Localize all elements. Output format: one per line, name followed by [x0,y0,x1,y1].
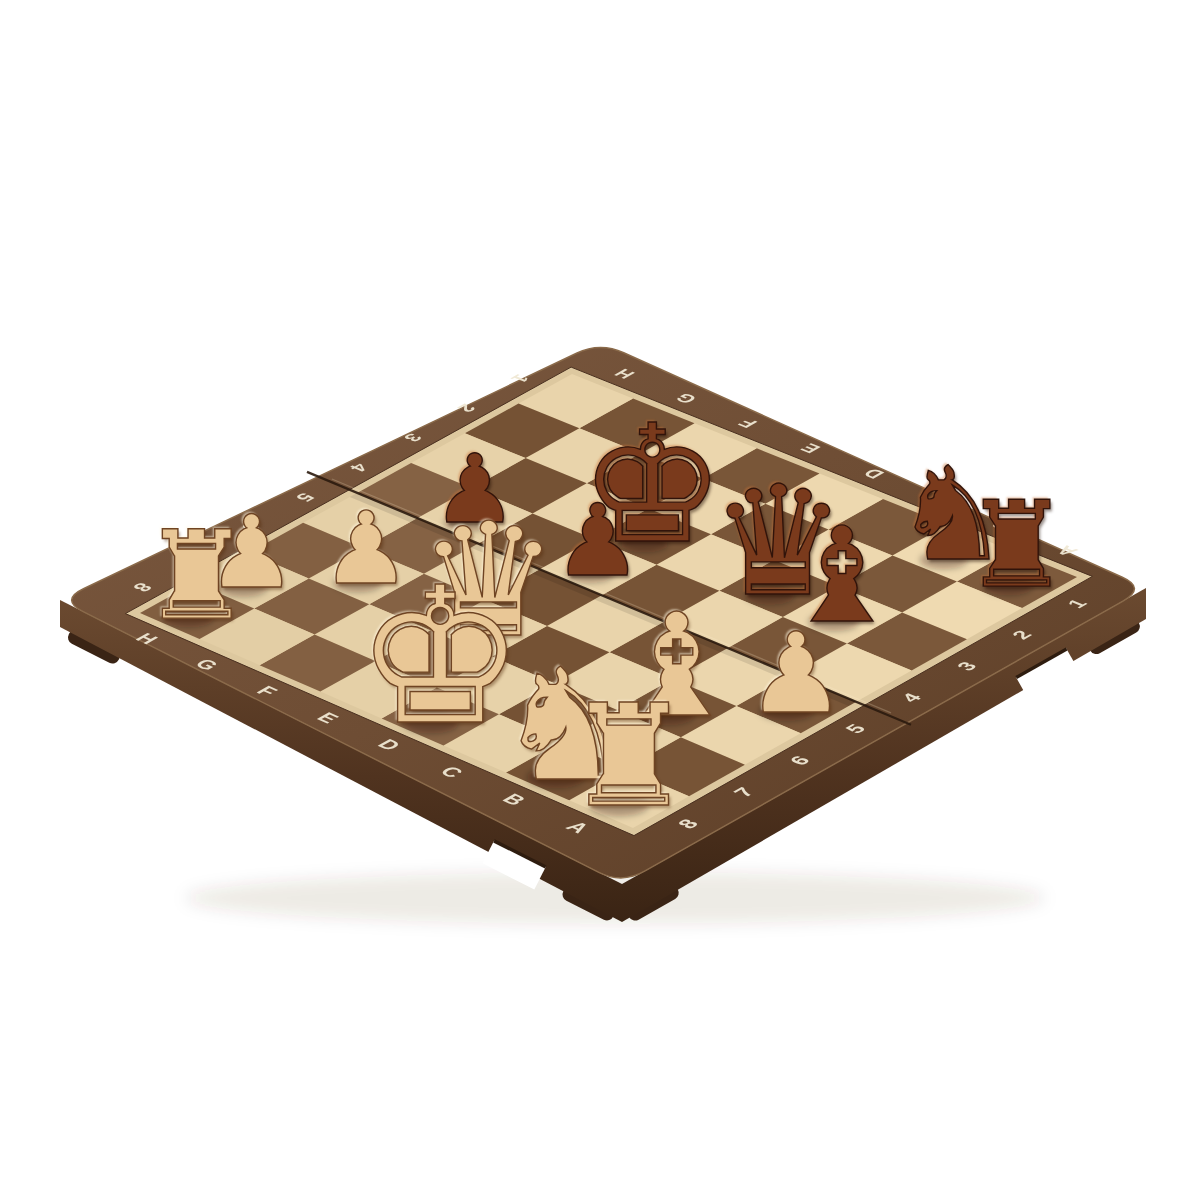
piece-shadow-b1 [920,551,968,569]
piece-shadow-b6 [640,705,695,725]
chess-board: 1122334455667788AABBCCDDEEFFGGHH [0,0,1200,1200]
piece-shadow-a5 [760,701,815,721]
piece-shadow-h8 [163,608,214,627]
piece-shadow-g4 [444,514,491,531]
piece-shadow-h7 [219,578,268,596]
piece-shadow-b8 [527,767,585,788]
piece-shadow-d8 [403,713,458,733]
piece-shadow-a1 [984,577,1033,595]
piece-shadow-e6 [454,626,505,645]
piece-shadow-e4 [565,565,614,583]
piece-shadow-c3 [745,586,795,604]
piece-shadow-e3 [621,535,668,553]
piece-shadow-b3 [808,612,859,631]
piece-shadow-a8 [590,794,649,816]
piece-shadow-g6 [333,574,382,592]
product-photo-scene: 1122334455667788AABBCCDDEEFFGGHH ♟♚♞♟♟♜♟… [0,0,1200,1200]
